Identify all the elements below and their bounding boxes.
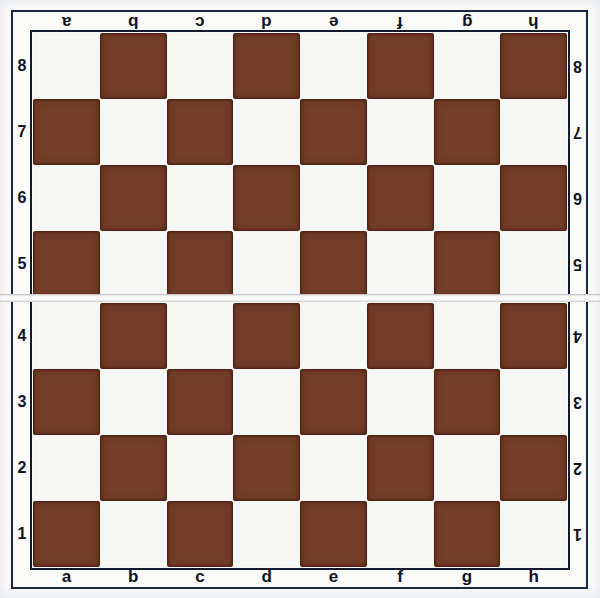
file-label-d-top: d: [233, 12, 300, 31]
rank-label-5-right: 5: [569, 231, 586, 297]
rank-label-8-left: 8: [13, 33, 31, 99]
square-g1[interactable]: [434, 501, 501, 567]
square-f8[interactable]: [367, 33, 434, 99]
square-a7[interactable]: [33, 99, 100, 165]
file-label-a-top: a: [33, 12, 100, 31]
square-d1[interactable]: [233, 501, 300, 567]
square-f6[interactable]: [367, 165, 434, 231]
file-label-h-bottom: h: [500, 567, 567, 587]
file-label-b-bottom: b: [100, 567, 167, 587]
file-labels-bottom: abcdefgh: [33, 567, 567, 587]
square-d2[interactable]: [233, 435, 300, 501]
square-c6[interactable]: [167, 165, 234, 231]
rank-label-6-left: 6: [13, 165, 31, 231]
square-e2[interactable]: [300, 435, 367, 501]
square-a2[interactable]: [33, 435, 100, 501]
file-label-a-bottom: a: [33, 567, 100, 587]
rank-label-2-right: 2: [569, 435, 586, 501]
square-b5[interactable]: [100, 231, 167, 297]
square-b6[interactable]: [100, 165, 167, 231]
square-c7[interactable]: [167, 99, 234, 165]
square-a5[interactable]: [33, 231, 100, 297]
square-h5[interactable]: [500, 231, 567, 297]
square-f3[interactable]: [367, 369, 434, 435]
square-d4[interactable]: [233, 303, 300, 369]
square-b7[interactable]: [100, 99, 167, 165]
square-h8[interactable]: [500, 33, 567, 99]
rank-label-8-right: 8: [569, 33, 586, 99]
square-h6[interactable]: [500, 165, 567, 231]
square-e7[interactable]: [300, 99, 367, 165]
rank-label-5-left: 5: [13, 231, 31, 297]
square-h3[interactable]: [500, 369, 567, 435]
square-e1[interactable]: [300, 501, 367, 567]
square-d6[interactable]: [233, 165, 300, 231]
file-label-g-top: g: [434, 12, 501, 31]
square-f5[interactable]: [367, 231, 434, 297]
rank-label-4-left: 4: [13, 303, 31, 369]
square-b3[interactable]: [100, 369, 167, 435]
file-labels-top: abcdefgh: [33, 12, 567, 31]
square-d7[interactable]: [233, 99, 300, 165]
square-a3[interactable]: [33, 369, 100, 435]
file-label-e-top: e: [300, 12, 367, 31]
file-label-f-top: f: [367, 12, 434, 31]
file-label-e-bottom: e: [300, 567, 367, 587]
file-label-f-bottom: f: [367, 567, 434, 587]
square-d5[interactable]: [233, 231, 300, 297]
square-g6[interactable]: [434, 165, 501, 231]
square-a8[interactable]: [33, 33, 100, 99]
square-d8[interactable]: [233, 33, 300, 99]
square-c4[interactable]: [167, 303, 234, 369]
square-h4[interactable]: [500, 303, 567, 369]
square-h1[interactable]: [500, 501, 567, 567]
square-h7[interactable]: [500, 99, 567, 165]
file-label-g-bottom: g: [434, 567, 501, 587]
square-a6[interactable]: [33, 165, 100, 231]
square-g8[interactable]: [434, 33, 501, 99]
file-label-h-top: h: [500, 12, 567, 31]
square-b2[interactable]: [100, 435, 167, 501]
rank-label-1-right: 1: [569, 501, 586, 567]
square-c3[interactable]: [167, 369, 234, 435]
file-label-b-top: b: [100, 12, 167, 31]
square-h2[interactable]: [500, 435, 567, 501]
square-g2[interactable]: [434, 435, 501, 501]
square-g7[interactable]: [434, 99, 501, 165]
square-c2[interactable]: [167, 435, 234, 501]
square-b4[interactable]: [100, 303, 167, 369]
square-g3[interactable]: [434, 369, 501, 435]
rank-label-6-right: 6: [569, 165, 586, 231]
file-label-d-bottom: d: [233, 567, 300, 587]
square-e3[interactable]: [300, 369, 367, 435]
file-label-c-bottom: c: [167, 567, 234, 587]
square-g4[interactable]: [434, 303, 501, 369]
chessboard: abcdefgh abcdefgh 87654321 87654321: [0, 0, 600, 598]
rank-label-1-left: 1: [13, 501, 31, 567]
square-e5[interactable]: [300, 231, 367, 297]
square-f1[interactable]: [367, 501, 434, 567]
square-g5[interactable]: [434, 231, 501, 297]
square-b8[interactable]: [100, 33, 167, 99]
square-f2[interactable]: [367, 435, 434, 501]
rank-label-4-right: 4: [569, 303, 586, 369]
square-e6[interactable]: [300, 165, 367, 231]
file-label-c-top: c: [167, 12, 234, 31]
rank-label-7-left: 7: [13, 99, 31, 165]
square-f7[interactable]: [367, 99, 434, 165]
board-fold-seam: [0, 294, 600, 302]
square-e8[interactable]: [300, 33, 367, 99]
square-c8[interactable]: [167, 33, 234, 99]
rank-label-3-right: 3: [569, 369, 586, 435]
square-a1[interactable]: [33, 501, 100, 567]
rank-label-3-left: 3: [13, 369, 31, 435]
square-b1[interactable]: [100, 501, 167, 567]
square-c5[interactable]: [167, 231, 234, 297]
rank-label-2-left: 2: [13, 435, 31, 501]
square-c1[interactable]: [167, 501, 234, 567]
square-e4[interactable]: [300, 303, 367, 369]
square-f4[interactable]: [367, 303, 434, 369]
square-d3[interactable]: [233, 369, 300, 435]
rank-label-7-right: 7: [569, 99, 586, 165]
square-a4[interactable]: [33, 303, 100, 369]
